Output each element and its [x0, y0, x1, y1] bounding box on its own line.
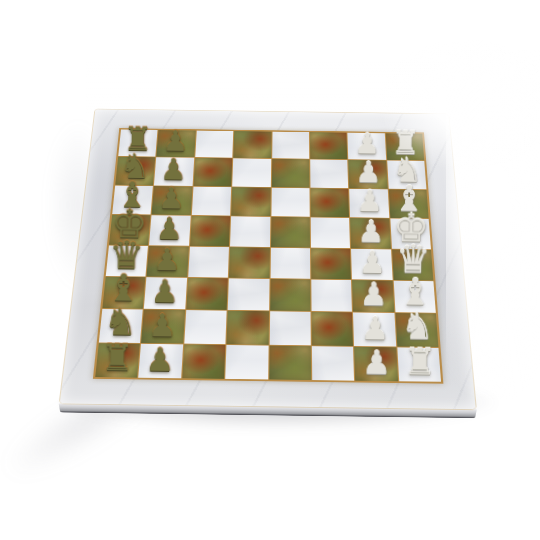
square-r5c6: ♟	[352, 280, 394, 312]
piece-white-pawn: ♟	[356, 186, 383, 216]
square-r7c1: ♟	[139, 344, 183, 379]
square-r1c3	[232, 159, 270, 187]
square-r4c7: ♛	[392, 249, 434, 280]
piece-green-pawn: ♟	[151, 276, 179, 307]
square-r7c6: ♟	[354, 346, 397, 381]
square-r4c3	[229, 247, 269, 278]
square-r4c6: ♟	[351, 249, 392, 280]
square-r4c1: ♟	[147, 246, 189, 277]
square-r7c7: ♜	[397, 347, 441, 382]
piece-green-rook: ♜	[123, 123, 152, 156]
square-r3c7: ♚	[390, 219, 431, 249]
square-r4c4	[270, 247, 310, 278]
square-r3c1: ♟	[149, 215, 190, 245]
square-r0c3	[233, 131, 271, 158]
piece-green-pawn: ♟	[148, 309, 177, 341]
piece-green-pawn: ♟	[156, 214, 183, 244]
piece-white-rook: ♜	[403, 343, 436, 380]
square-r3c2	[190, 216, 230, 246]
square-r4c5	[311, 248, 351, 279]
square-r7c5	[312, 346, 355, 381]
square-r5c3	[228, 278, 269, 310]
square-r6c5	[311, 312, 353, 346]
piece-green-rook: ♜	[100, 339, 133, 376]
product-photo: ♜♟♟♜♞♟♟♞♝♟♟♝♚♟♟♚♛♟♟♛♝♟♟♝♞♟♟♞♜♟♟♜	[0, 0, 540, 540]
square-r5c4	[270, 279, 311, 311]
piece-green-knight: ♞	[103, 304, 137, 341]
square-r5c1: ♟	[144, 277, 187, 309]
square-r2c3	[231, 187, 270, 216]
square-r5c7: ♝	[393, 281, 435, 313]
square-r1c5	[310, 160, 348, 188]
square-r0c0: ♜	[118, 130, 158, 157]
piece-white-pawn: ♟	[362, 347, 391, 380]
square-r7c2	[182, 344, 226, 379]
square-r2c2	[192, 186, 232, 215]
square-r0c5	[310, 132, 348, 159]
piece-green-pawn: ♟	[158, 184, 185, 214]
square-r4c2	[188, 246, 229, 277]
square-r7c4	[269, 345, 311, 380]
square-r2c5	[310, 188, 349, 217]
piece-green-pawn: ♟	[160, 155, 186, 184]
square-r6c2	[184, 310, 227, 344]
square-r6c1: ♟	[141, 310, 184, 344]
piece-green-pawn: ♟	[153, 244, 181, 275]
square-r0c2	[195, 131, 233, 158]
square-r3c0: ♚	[109, 215, 151, 245]
piece-green-pawn: ♟	[163, 127, 189, 156]
square-r6c3	[227, 311, 269, 345]
piece-white-pawn: ♟	[361, 312, 390, 344]
square-r2c7: ♝	[388, 189, 428, 218]
square-r7c3	[225, 345, 268, 380]
square-r3c5	[311, 218, 351, 248]
square-r5c5	[311, 279, 352, 311]
square-r2c1: ♟	[152, 186, 192, 215]
square-r2c6: ♟	[349, 189, 389, 218]
square-r1c2	[193, 158, 232, 186]
board-slab-edge	[59, 403, 477, 418]
piece-white-pawn: ♟	[355, 158, 381, 187]
square-r6c7: ♞	[395, 313, 438, 347]
square-r3c3	[230, 216, 270, 246]
square-r6c6: ♟	[353, 313, 396, 347]
piece-white-pawn: ♟	[354, 130, 380, 159]
square-r6c0: ♞	[99, 309, 143, 342]
piece-white-knight: ♞	[401, 308, 435, 345]
piece-white-pawn: ♟	[359, 247, 387, 278]
square-r1c1: ♟	[154, 158, 194, 186]
square-r2c0: ♝	[112, 185, 153, 214]
piece-white-pawn: ♟	[357, 216, 384, 246]
square-r1c4	[271, 159, 309, 187]
square-r3c6: ♟	[350, 218, 390, 248]
photo-glare-top-right	[380, 40, 540, 170]
piece-white-king: ♚	[393, 207, 429, 247]
square-r1c0: ♞	[115, 157, 155, 185]
square-r2c4	[271, 188, 310, 217]
square-r0c4	[272, 132, 309, 159]
piece-white-pawn: ♟	[360, 279, 388, 310]
piece-green-pawn: ♟	[145, 344, 174, 377]
square-r4c0: ♛	[106, 245, 149, 276]
square-r0c1: ♟	[157, 130, 196, 157]
square-r5c2	[186, 278, 228, 310]
square-r7c0: ♜	[95, 343, 140, 378]
square-r5c0: ♝	[102, 277, 145, 309]
square-r6c4	[269, 311, 311, 345]
square-r3c4	[271, 217, 310, 247]
